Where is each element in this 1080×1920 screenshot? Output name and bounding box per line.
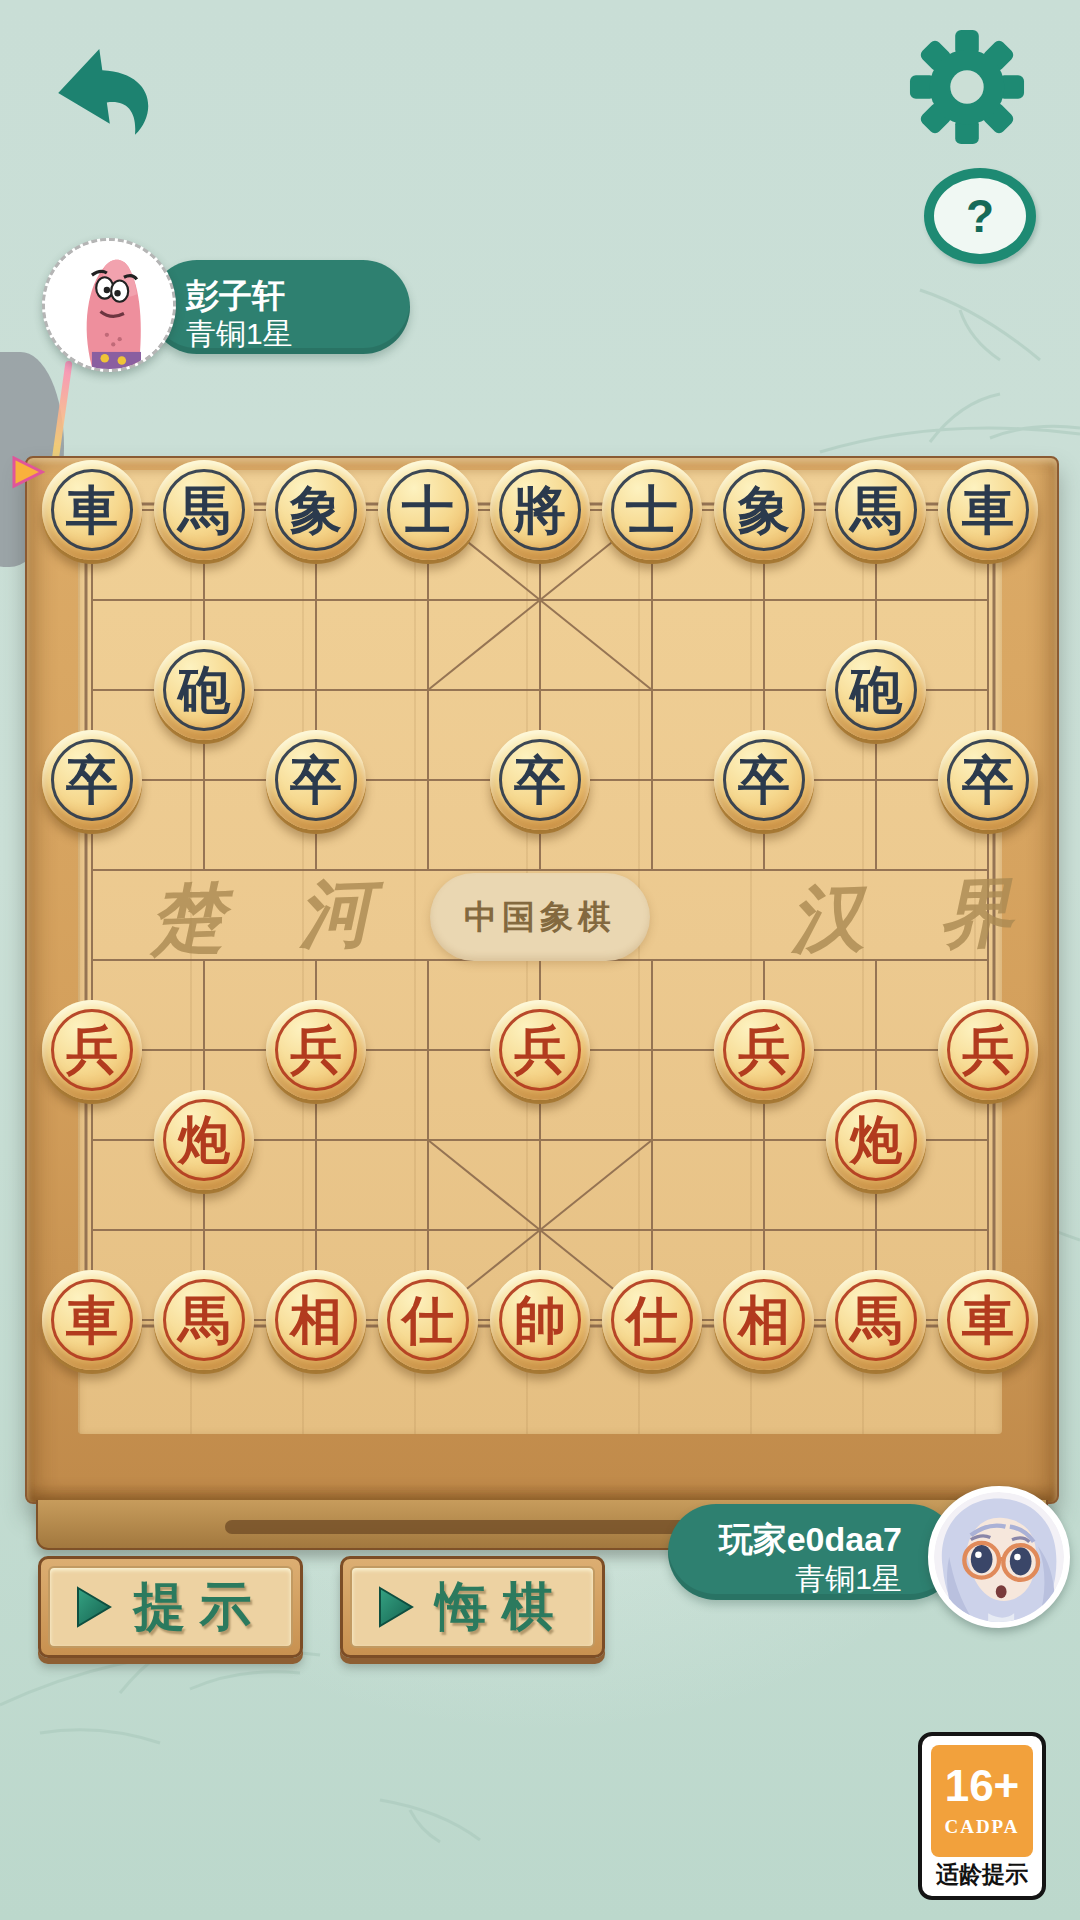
age-rating-badge: 16+ CADPA 适龄提示 bbox=[918, 1732, 1046, 1900]
piece-black-chariot[interactable]: 車 bbox=[938, 460, 1038, 560]
piece-black-soldier[interactable]: 卒 bbox=[42, 730, 142, 830]
piece-black-soldier[interactable]: 卒 bbox=[938, 730, 1038, 830]
piece-red-elephant[interactable]: 相 bbox=[714, 1270, 814, 1370]
piece-black-general[interactable]: 將 bbox=[490, 460, 590, 560]
river-label-left: 楚 河 bbox=[149, 868, 402, 967]
piece-red-cannon[interactable]: 炮 bbox=[826, 1090, 926, 1190]
age-rating-age: 16+ bbox=[945, 1764, 1020, 1808]
piece-red-soldier[interactable]: 兵 bbox=[42, 1000, 142, 1100]
age-rating-org: CADPA bbox=[944, 1816, 1019, 1838]
piece-red-horse[interactable]: 馬 bbox=[826, 1270, 926, 1370]
undo-button-label: 悔棋 bbox=[436, 1572, 568, 1642]
board-title-capsule: 中国象棋 bbox=[430, 873, 650, 961]
player-name: 玩家e0daa7 bbox=[719, 1517, 902, 1563]
play-triangle-icon bbox=[76, 1586, 112, 1628]
hint-button-label: 提示 bbox=[134, 1572, 266, 1642]
hint-button[interactable]: 提示 bbox=[38, 1556, 303, 1658]
piece-red-elephant[interactable]: 相 bbox=[266, 1270, 366, 1370]
player-avatar[interactable] bbox=[928, 1486, 1070, 1628]
piece-red-advisor[interactable]: 仕 bbox=[378, 1270, 478, 1370]
player-rank: 青铜1星 bbox=[795, 1559, 902, 1600]
play-triangle-icon bbox=[378, 1586, 414, 1628]
piece-red-cannon[interactable]: 炮 bbox=[154, 1090, 254, 1190]
piece-black-advisor[interactable]: 士 bbox=[602, 460, 702, 560]
piece-red-soldier[interactable]: 兵 bbox=[714, 1000, 814, 1100]
undo-button[interactable]: 悔棋 bbox=[340, 1556, 605, 1658]
player-badge[interactable]: 玩家e0daa7 青铜1星 bbox=[668, 1504, 958, 1600]
age-rating-note: 适龄提示 bbox=[922, 1859, 1042, 1890]
piece-red-chariot[interactable]: 車 bbox=[938, 1270, 1038, 1370]
piece-red-soldier[interactable]: 兵 bbox=[938, 1000, 1038, 1100]
piece-red-soldier[interactable]: 兵 bbox=[266, 1000, 366, 1100]
piece-black-horse[interactable]: 馬 bbox=[154, 460, 254, 560]
piece-red-advisor[interactable]: 仕 bbox=[602, 1270, 702, 1370]
piece-red-general[interactable]: 帥 bbox=[490, 1270, 590, 1370]
piece-black-elephant[interactable]: 象 bbox=[714, 460, 814, 560]
piece-black-elephant[interactable]: 象 bbox=[266, 460, 366, 560]
piece-red-horse[interactable]: 馬 bbox=[154, 1270, 254, 1370]
piece-black-cannon[interactable]: 砲 bbox=[826, 640, 926, 740]
piece-black-cannon[interactable]: 砲 bbox=[154, 640, 254, 740]
anime-girl-avatar-icon bbox=[934, 1492, 1064, 1622]
game-screen: ? 彭子轩 青铜1星 bbox=[0, 0, 1080, 1920]
piece-black-soldier[interactable]: 卒 bbox=[490, 730, 590, 830]
piece-black-horse[interactable]: 馬 bbox=[826, 460, 926, 560]
piece-black-soldier[interactable]: 卒 bbox=[266, 730, 366, 830]
river-label-right: 汉 界 bbox=[789, 868, 1042, 967]
board-title: 中国象棋 bbox=[464, 895, 616, 940]
piece-red-soldier[interactable]: 兵 bbox=[490, 1000, 590, 1100]
piece-black-chariot[interactable]: 車 bbox=[42, 460, 142, 560]
age-rating-square: 16+ CADPA bbox=[931, 1745, 1033, 1857]
piece-black-advisor[interactable]: 士 bbox=[378, 460, 478, 560]
piece-red-chariot[interactable]: 車 bbox=[42, 1270, 142, 1370]
piece-black-soldier[interactable]: 卒 bbox=[714, 730, 814, 830]
